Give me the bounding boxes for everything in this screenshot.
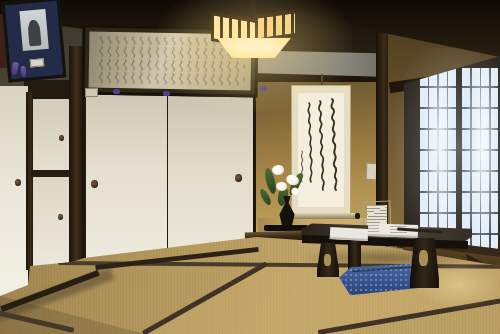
portrait-caption-card bbox=[30, 58, 45, 67]
fusuma-door-right bbox=[168, 92, 256, 256]
hanging-scroll bbox=[291, 85, 351, 215]
portrait-figure-silhouette bbox=[27, 19, 41, 46]
closet-door-lower bbox=[33, 177, 73, 267]
ceiling-lantern bbox=[211, 7, 297, 57]
door-pull-icon bbox=[59, 135, 64, 141]
scroll-paper bbox=[298, 93, 344, 207]
door-pull-icon bbox=[15, 179, 21, 186]
scroll-knob bbox=[355, 213, 360, 219]
purple-rail-hook bbox=[163, 91, 170, 96]
frame-caption-card bbox=[85, 88, 98, 97]
fusuma-door-left bbox=[86, 94, 167, 260]
portrait-photo bbox=[19, 9, 48, 51]
fusuma-pull-icon bbox=[235, 174, 242, 182]
door-pull-icon bbox=[58, 214, 63, 220]
washitsu-room-photo bbox=[0, 0, 500, 334]
leg-cutout bbox=[324, 254, 331, 266]
leg-cutout bbox=[419, 250, 428, 266]
closet-door-far-left bbox=[0, 86, 28, 298]
closet-door-upper bbox=[33, 99, 71, 171]
purple-tassel bbox=[20, 66, 26, 77]
shoji-panel-right bbox=[462, 68, 498, 254]
fusuma-pull-icon bbox=[91, 180, 98, 188]
purple-rail-hook bbox=[113, 89, 120, 94]
shoji-panel-left bbox=[420, 68, 456, 254]
open-paper bbox=[330, 227, 369, 241]
scroll-roller bbox=[284, 213, 358, 219]
purple-rail-hook bbox=[260, 86, 267, 91]
lily-bloom bbox=[276, 182, 287, 191]
lantern-slat-face bbox=[255, 9, 295, 42]
scroll-calligraphy bbox=[298, 93, 344, 207]
table-leg bbox=[348, 241, 361, 269]
lantern-glow-panel bbox=[217, 38, 291, 58]
